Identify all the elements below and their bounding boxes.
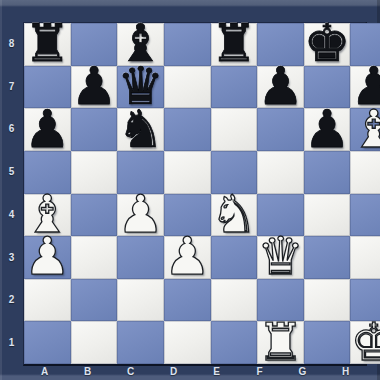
square-e6[interactable] — [211, 108, 258, 151]
square-a1[interactable] — [24, 321, 71, 364]
file-label-f: F — [238, 364, 281, 378]
file-label-h: H — [324, 364, 367, 378]
square-f3[interactable]: ♛ — [257, 236, 304, 279]
black-pawn-b7[interactable]: ♟ — [71, 65, 118, 107]
chessboard-frame: 87654321 ♜♝♜♚♟♛♟♟♟♞♟♝♝♟♞♟♟♛♜♚ ABCDEFGH — [0, 0, 380, 380]
square-g2[interactable] — [304, 279, 351, 322]
white-queen-f3[interactable]: ♛ — [257, 235, 304, 277]
square-c6[interactable]: ♞ — [117, 108, 164, 151]
file-label-d: D — [152, 364, 195, 378]
white-bishop-h6[interactable]: ♝ — [350, 108, 380, 150]
square-e7[interactable] — [211, 66, 258, 109]
square-f5[interactable] — [257, 151, 304, 194]
rank-label-4: 4 — [0, 193, 23, 236]
square-g1[interactable] — [304, 321, 351, 364]
file-labels: ABCDEFGH — [23, 364, 367, 378]
square-b4[interactable] — [71, 194, 118, 237]
black-pawn-f7[interactable]: ♟ — [257, 65, 304, 107]
square-c3[interactable] — [117, 236, 164, 279]
square-d5[interactable] — [164, 151, 211, 194]
black-knight-c6[interactable]: ♞ — [117, 108, 164, 150]
rank-label-6: 6 — [0, 108, 23, 151]
rank-label-5: 5 — [0, 150, 23, 193]
rank-labels: 87654321 — [0, 22, 23, 364]
rank-label-1: 1 — [0, 321, 23, 364]
file-label-b: B — [66, 364, 109, 378]
file-label-g: G — [281, 364, 324, 378]
file-label-e: E — [195, 364, 238, 378]
square-a6[interactable]: ♟ — [24, 108, 71, 151]
square-g6[interactable]: ♟ — [304, 108, 351, 151]
file-label-c: C — [109, 364, 152, 378]
square-e8[interactable]: ♜ — [211, 23, 258, 66]
black-rook-a8[interactable]: ♜ — [24, 22, 71, 64]
square-e4[interactable]: ♞ — [211, 194, 258, 237]
rank-label-3: 3 — [0, 236, 23, 279]
square-f6[interactable] — [257, 108, 304, 151]
square-b1[interactable] — [71, 321, 118, 364]
rank-label-7: 7 — [0, 65, 23, 108]
white-knight-e4[interactable]: ♞ — [211, 193, 258, 235]
white-pawn-d3[interactable]: ♟ — [164, 235, 211, 277]
square-h1[interactable]: ♚ — [350, 321, 380, 364]
square-a2[interactable] — [24, 279, 71, 322]
square-d2[interactable] — [164, 279, 211, 322]
square-g3[interactable] — [304, 236, 351, 279]
square-b5[interactable] — [71, 151, 118, 194]
square-d1[interactable] — [164, 321, 211, 364]
white-king-h1[interactable]: ♚ — [350, 321, 380, 363]
square-c4[interactable]: ♟ — [117, 194, 164, 237]
square-e3[interactable] — [211, 236, 258, 279]
square-h4[interactable] — [350, 194, 380, 237]
black-pawn-g6[interactable]: ♟ — [304, 108, 351, 150]
square-d3[interactable]: ♟ — [164, 236, 211, 279]
square-f7[interactable]: ♟ — [257, 66, 304, 109]
black-king-g8[interactable]: ♚ — [304, 22, 351, 64]
square-c1[interactable] — [117, 321, 164, 364]
rank-label-8: 8 — [0, 22, 23, 65]
white-rook-f1[interactable]: ♜ — [257, 321, 304, 363]
square-d6[interactable] — [164, 108, 211, 151]
chessboard[interactable]: ♜♝♜♚♟♛♟♟♟♞♟♝♝♟♞♟♟♛♜♚ — [23, 22, 367, 366]
square-e1[interactable] — [211, 321, 258, 364]
square-f1[interactable]: ♜ — [257, 321, 304, 364]
square-h6[interactable]: ♝ — [350, 108, 380, 151]
square-b6[interactable] — [71, 108, 118, 151]
square-h5[interactable] — [350, 151, 380, 194]
square-d8[interactable] — [164, 23, 211, 66]
square-c2[interactable] — [117, 279, 164, 322]
white-pawn-c4[interactable]: ♟ — [117, 193, 164, 235]
black-pawn-a6[interactable]: ♟ — [24, 108, 71, 150]
file-label-a: A — [23, 364, 66, 378]
square-b7[interactable]: ♟ — [71, 66, 118, 109]
square-d7[interactable] — [164, 66, 211, 109]
square-g4[interactable] — [304, 194, 351, 237]
white-pawn-a3[interactable]: ♟ — [24, 235, 71, 277]
square-a8[interactable]: ♜ — [24, 23, 71, 66]
square-e2[interactable] — [211, 279, 258, 322]
square-g5[interactable] — [304, 151, 351, 194]
square-b3[interactable] — [71, 236, 118, 279]
square-h3[interactable] — [350, 236, 380, 279]
rank-label-2: 2 — [0, 279, 23, 322]
square-a3[interactable]: ♟ — [24, 236, 71, 279]
square-b2[interactable] — [71, 279, 118, 322]
black-rook-e8[interactable]: ♜ — [211, 22, 258, 64]
square-g8[interactable]: ♚ — [304, 23, 351, 66]
